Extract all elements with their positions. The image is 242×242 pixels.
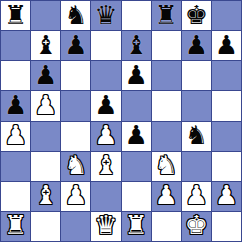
square-g4[interactable]: ♞ [182, 122, 211, 151]
piece-black-pawn[interactable]: ♟ [185, 32, 208, 58]
piece-white-queen[interactable]: ♛ [94, 212, 117, 238]
square-e8[interactable] [122, 1, 151, 30]
square-a7[interactable] [1, 31, 30, 60]
square-c5[interactable] [61, 91, 90, 120]
square-h4[interactable] [212, 122, 241, 151]
square-h7[interactable]: ♟ [212, 31, 241, 60]
square-b7[interactable]: ♝ [31, 31, 60, 60]
square-d5[interactable]: ♟ [91, 91, 120, 120]
square-f3[interactable]: ♞ [152, 152, 181, 181]
piece-white-bishop[interactable]: ♝ [34, 182, 57, 208]
square-a4[interactable]: ♟ [1, 122, 30, 151]
piece-black-knight[interactable]: ♞ [64, 2, 87, 28]
square-d2[interactable] [91, 182, 120, 211]
square-h2[interactable]: ♟ [212, 182, 241, 211]
piece-white-knight[interactable]: ♞ [64, 152, 87, 178]
square-d4[interactable]: ♟ [91, 122, 120, 151]
square-f7[interactable] [152, 31, 181, 60]
piece-black-queen[interactable]: ♛ [94, 2, 117, 28]
square-f1[interactable] [152, 212, 181, 241]
square-h5[interactable] [212, 91, 241, 120]
square-e5[interactable] [122, 91, 151, 120]
chess-board: ♜♞♛♜♚♝♟♝♟♟♟♟♟♟♟♟♟♟♞♞♝♞♝♟♟♟♟♜♛♜♚ [0, 0, 242, 242]
square-c8[interactable]: ♞ [61, 1, 90, 30]
chess-board-screenshot: ♜♞♛♜♚♝♟♝♟♟♟♟♟♟♟♟♟♟♞♞♝♞♝♟♟♟♟♜♛♜♚ [0, 0, 242, 242]
square-a1[interactable]: ♜ [1, 212, 30, 241]
piece-white-pawn[interactable]: ♟ [34, 92, 57, 118]
square-a5[interactable]: ♟ [1, 91, 30, 120]
square-f4[interactable] [152, 122, 181, 151]
square-g6[interactable] [182, 61, 211, 90]
piece-white-pawn[interactable]: ♟ [94, 122, 117, 148]
piece-white-bishop[interactable]: ♝ [94, 152, 117, 178]
square-g5[interactable] [182, 91, 211, 120]
square-f5[interactable] [152, 91, 181, 120]
square-b2[interactable]: ♝ [31, 182, 60, 211]
square-d6[interactable] [91, 61, 120, 90]
piece-white-rook[interactable]: ♜ [4, 212, 27, 238]
piece-black-pawn[interactable]: ♟ [34, 62, 57, 88]
square-e4[interactable]: ♟ [122, 122, 151, 151]
square-c1[interactable] [61, 212, 90, 241]
piece-white-knight[interactable]: ♞ [155, 152, 178, 178]
square-e3[interactable] [122, 152, 151, 181]
square-a6[interactable] [1, 61, 30, 90]
piece-black-rook[interactable]: ♜ [155, 2, 178, 28]
piece-black-pawn[interactable]: ♟ [124, 62, 147, 88]
piece-black-king[interactable]: ♚ [185, 2, 208, 28]
square-c4[interactable] [61, 122, 90, 151]
piece-black-bishop[interactable]: ♝ [34, 32, 57, 58]
piece-black-pawn[interactable]: ♟ [64, 32, 87, 58]
square-h1[interactable] [212, 212, 241, 241]
square-d7[interactable] [91, 31, 120, 60]
square-h8[interactable] [212, 1, 241, 30]
square-f2[interactable]: ♟ [152, 182, 181, 211]
piece-white-pawn[interactable]: ♟ [4, 122, 27, 148]
square-c2[interactable]: ♟ [61, 182, 90, 211]
square-g3[interactable] [182, 152, 211, 181]
piece-white-pawn[interactable]: ♟ [155, 182, 178, 208]
square-e2[interactable] [122, 182, 151, 211]
square-f6[interactable] [152, 61, 181, 90]
piece-black-pawn[interactable]: ♟ [94, 92, 117, 118]
piece-black-rook[interactable]: ♜ [4, 2, 27, 28]
square-b5[interactable]: ♟ [31, 91, 60, 120]
square-b8[interactable] [31, 1, 60, 30]
square-d3[interactable]: ♝ [91, 152, 120, 181]
piece-white-rook[interactable]: ♜ [124, 212, 147, 238]
square-b3[interactable] [31, 152, 60, 181]
square-e1[interactable]: ♜ [122, 212, 151, 241]
square-b6[interactable]: ♟ [31, 61, 60, 90]
square-f8[interactable]: ♜ [152, 1, 181, 30]
square-a3[interactable] [1, 152, 30, 181]
square-e6[interactable]: ♟ [122, 61, 151, 90]
square-c3[interactable]: ♞ [61, 152, 90, 181]
square-a8[interactable]: ♜ [1, 1, 30, 30]
piece-black-knight[interactable]: ♞ [185, 122, 208, 148]
square-c6[interactable] [61, 61, 90, 90]
piece-white-pawn[interactable]: ♟ [64, 182, 87, 208]
square-h6[interactable] [212, 61, 241, 90]
square-g2[interactable]: ♟ [182, 182, 211, 211]
square-g8[interactable]: ♚ [182, 1, 211, 30]
square-g7[interactable]: ♟ [182, 31, 211, 60]
piece-black-pawn[interactable]: ♟ [124, 122, 147, 148]
square-g1[interactable]: ♚ [182, 212, 211, 241]
piece-white-king[interactable]: ♚ [185, 212, 208, 238]
square-a2[interactable] [1, 182, 30, 211]
square-c7[interactable]: ♟ [61, 31, 90, 60]
piece-black-pawn[interactable]: ♟ [215, 32, 238, 58]
square-d8[interactable]: ♛ [91, 1, 120, 30]
piece-white-pawn[interactable]: ♟ [185, 182, 208, 208]
square-e7[interactable]: ♝ [122, 31, 151, 60]
piece-black-pawn[interactable]: ♟ [4, 92, 27, 118]
square-b4[interactable] [31, 122, 60, 151]
piece-white-pawn[interactable]: ♟ [215, 182, 238, 208]
square-d1[interactable]: ♛ [91, 212, 120, 241]
piece-black-bishop[interactable]: ♝ [124, 32, 147, 58]
square-b1[interactable] [31, 212, 60, 241]
square-h3[interactable] [212, 152, 241, 181]
